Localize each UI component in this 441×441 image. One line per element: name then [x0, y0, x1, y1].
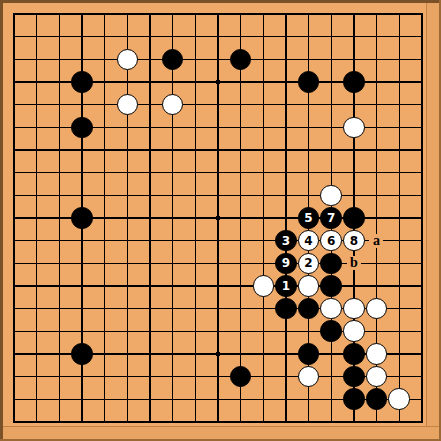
white-stone: [366, 366, 387, 387]
black-stone: [366, 388, 387, 409]
black-stone: [71, 343, 92, 364]
white-stone: [320, 298, 341, 319]
black-stone: [71, 117, 92, 138]
white-stone: [162, 94, 183, 115]
white-stone: [117, 49, 138, 70]
black-stone: [343, 388, 364, 409]
black-stone: [298, 298, 319, 319]
white-stone: [298, 366, 319, 387]
white-stone-move-2: 2: [298, 253, 319, 274]
white-stone-move-4: 4: [298, 230, 319, 251]
black-stone: [343, 343, 364, 364]
black-stone: [343, 207, 364, 228]
black-stone: [320, 320, 341, 341]
white-stone: [253, 275, 274, 296]
black-stone: [343, 366, 364, 387]
black-stone-move-5: 5: [298, 207, 319, 228]
black-stone: [230, 49, 251, 70]
white-stone: [117, 94, 138, 115]
white-stone: [320, 185, 341, 206]
white-stone: [343, 117, 364, 138]
white-stone: [366, 343, 387, 364]
black-stone-move-1: 1: [275, 275, 296, 296]
white-stone: [366, 298, 387, 319]
black-stone: [230, 366, 251, 387]
white-stone: [388, 388, 409, 409]
black-stone: [162, 49, 183, 70]
black-stone: [275, 298, 296, 319]
white-stone: [343, 320, 364, 341]
black-stone: [71, 207, 92, 228]
black-stone-move-3: 3: [275, 230, 296, 251]
white-stone-move-6: 6: [320, 230, 341, 251]
point-label-b: b: [347, 256, 361, 270]
black-stone: [343, 71, 364, 92]
white-stone-move-8: 8: [343, 230, 364, 251]
white-stone: [298, 275, 319, 296]
white-stone: [343, 298, 364, 319]
black-stone: [320, 275, 341, 296]
black-stone: [298, 71, 319, 92]
black-stone-move-7: 7: [320, 207, 341, 228]
black-stone: [298, 343, 319, 364]
point-label-a: a: [369, 234, 383, 248]
stones-layer: 573468921ab: [3, 3, 433, 433]
black-stone: [320, 253, 341, 274]
black-stone: [71, 71, 92, 92]
go-board-diagram: 573468921ab: [0, 0, 441, 441]
black-stone-move-9: 9: [275, 253, 296, 274]
